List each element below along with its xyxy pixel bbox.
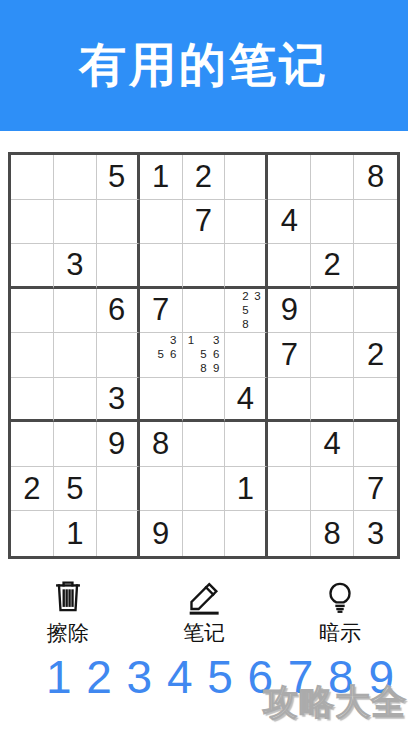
cell-r3c9[interactable] [354, 244, 397, 289]
cell-r2c4[interactable] [140, 200, 183, 245]
cell-r1c8[interactable] [311, 155, 354, 200]
keypad-digit-9[interactable]: 9 [368, 654, 394, 700]
cell-r6c7[interactable] [268, 378, 311, 423]
cell-r5c1[interactable] [11, 333, 54, 378]
cell-r3c4[interactable] [140, 244, 183, 289]
cell-r5c7[interactable]: 7 [268, 333, 311, 378]
cell-r6c6[interactable]: 4 [225, 378, 268, 423]
lightbulb-icon [321, 578, 359, 616]
cell-r8c2[interactable]: 5 [54, 467, 97, 512]
cell-r1c2[interactable] [54, 155, 97, 200]
cell-r4c4[interactable]: 7 [140, 289, 183, 334]
cell-r6c1[interactable] [11, 378, 54, 423]
app-header: 有用的笔记 [0, 0, 408, 131]
cell-r1c3[interactable]: 5 [97, 155, 140, 200]
keypad-digit-7[interactable]: 7 [288, 654, 314, 700]
cell-r7c6[interactable] [225, 422, 268, 467]
keypad-digit-8[interactable]: 8 [328, 654, 354, 700]
keypad-digit-1[interactable]: 1 [46, 654, 72, 700]
erase-button[interactable]: 擦除 [0, 578, 136, 645]
cell-r5c6[interactable] [225, 333, 268, 378]
number-pad: 123456789 [46, 654, 394, 700]
sudoku-board: 512874326723589356135689723498425171983 [8, 152, 400, 559]
cell-r2c2[interactable] [54, 200, 97, 245]
cell-r1c4[interactable]: 1 [140, 155, 183, 200]
app-title: 有用的笔记 [79, 34, 329, 97]
cell-r8c7[interactable] [268, 467, 311, 512]
cell-r7c1[interactable] [11, 422, 54, 467]
cell-r9c4[interactable]: 9 [140, 511, 183, 556]
cell-r1c1[interactable] [11, 155, 54, 200]
cell-r9c6[interactable] [225, 511, 268, 556]
cell-r4c7[interactable]: 9 [268, 289, 311, 334]
cell-r8c1[interactable]: 2 [11, 467, 54, 512]
cell-r9c7[interactable] [268, 511, 311, 556]
cell-r5c2[interactable] [54, 333, 97, 378]
cell-r1c7[interactable] [268, 155, 311, 200]
cell-r8c6[interactable]: 1 [225, 467, 268, 512]
cell-r6c4[interactable] [140, 378, 183, 423]
cell-r8c8[interactable] [311, 467, 354, 512]
cell-r2c9[interactable] [354, 200, 397, 245]
cell-r6c9[interactable] [354, 378, 397, 423]
cell-r3c8[interactable]: 2 [311, 244, 354, 289]
cell-r2c7[interactable]: 4 [268, 200, 311, 245]
cell-r3c5[interactable] [183, 244, 226, 289]
cell-r4c6[interactable]: 2358 [225, 289, 268, 334]
cell-r4c2[interactable] [54, 289, 97, 334]
cell-r3c7[interactable] [268, 244, 311, 289]
cell-r7c7[interactable] [268, 422, 311, 467]
cell-r7c4[interactable]: 8 [140, 422, 183, 467]
cell-r9c1[interactable] [11, 511, 54, 556]
keypad-digit-6[interactable]: 6 [247, 654, 273, 700]
keypad-digit-3[interactable]: 3 [127, 654, 153, 700]
keypad-digit-2[interactable]: 2 [86, 654, 112, 700]
notes-label: 笔记 [183, 620, 225, 645]
cell-r9c5[interactable] [183, 511, 226, 556]
cell-r8c4[interactable] [140, 467, 183, 512]
pencil-notes: 356 [140, 333, 182, 377]
cell-r9c2[interactable]: 1 [54, 511, 97, 556]
cell-r6c3[interactable]: 3 [97, 378, 140, 423]
erase-label: 擦除 [47, 620, 89, 645]
pencil-notes: 2358 [225, 289, 265, 333]
pencil-notes: 135689 [183, 333, 225, 377]
cell-r5c8[interactable] [311, 333, 354, 378]
cell-r2c5[interactable]: 7 [183, 200, 226, 245]
cell-r9c8[interactable]: 8 [311, 511, 354, 556]
cell-r9c9[interactable]: 3 [354, 511, 397, 556]
cell-r4c3[interactable]: 6 [97, 289, 140, 334]
cell-r5c9[interactable]: 2 [354, 333, 397, 378]
cell-r6c5[interactable] [183, 378, 226, 423]
cell-r7c8[interactable]: 4 [311, 422, 354, 467]
hint-button[interactable]: 暗示 [272, 578, 408, 645]
cell-r3c2[interactable]: 3 [54, 244, 97, 289]
trash-icon [49, 578, 87, 616]
cell-r5c3[interactable] [97, 333, 140, 378]
cell-r4c1[interactable] [11, 289, 54, 334]
cell-r5c4[interactable]: 356 [140, 333, 183, 378]
cell-r7c2[interactable] [54, 422, 97, 467]
cell-r4c9[interactable] [354, 289, 397, 334]
cell-r1c6[interactable] [225, 155, 268, 200]
cell-r4c8[interactable] [311, 289, 354, 334]
cell-r8c5[interactable] [183, 467, 226, 512]
hint-label: 暗示 [319, 620, 361, 645]
toolbar: 擦除 笔记 暗示 [0, 578, 408, 645]
cell-r1c5[interactable]: 2 [183, 155, 226, 200]
notes-button[interactable]: 笔记 [136, 578, 272, 645]
cell-r2c6[interactable] [225, 200, 268, 245]
cell-r6c2[interactable] [54, 378, 97, 423]
cell-r4c5[interactable] [183, 289, 226, 334]
cell-r3c6[interactable] [225, 244, 268, 289]
keypad-digit-4[interactable]: 4 [167, 654, 193, 700]
cell-r3c1[interactable] [11, 244, 54, 289]
cell-r9c3[interactable] [97, 511, 140, 556]
keypad-digit-5[interactable]: 5 [207, 654, 233, 700]
cell-r3c3[interactable] [97, 244, 140, 289]
cell-r8c9[interactable]: 7 [354, 467, 397, 512]
cell-r7c5[interactable] [183, 422, 226, 467]
cell-r2c8[interactable] [311, 200, 354, 245]
cell-r7c9[interactable] [354, 422, 397, 467]
cell-r2c1[interactable] [11, 200, 54, 245]
cell-r5c5[interactable]: 135689 [183, 333, 226, 378]
pencil-icon [185, 578, 223, 616]
cell-r7c3[interactable]: 9 [97, 422, 140, 467]
cell-r8c3[interactable] [97, 467, 140, 512]
cell-r2c3[interactable] [97, 200, 140, 245]
cell-r6c8[interactable] [311, 378, 354, 423]
cell-r1c9[interactable]: 8 [354, 155, 397, 200]
